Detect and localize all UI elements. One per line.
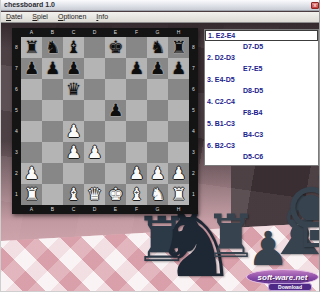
menubar: DateiSpielOptionenInfo [1,12,320,23]
rank-label-left-1: 1 [12,184,21,205]
square-b2[interactable] [42,163,63,184]
rank-label-left-6: 6 [12,79,21,100]
file-label-top-d: D [84,28,105,37]
square-f3[interactable] [126,142,147,163]
move-1-white[interactable]: 1. E2-E4 [205,30,318,41]
chess-board: AABBCCDDEEFFGGHH8877665544332211 ♜♞♝♚♞♜♟… [12,28,198,214]
square-e4[interactable] [105,121,126,142]
move-1-black[interactable]: D7-D5 [205,41,318,52]
piece-white-pawn: ♟ [84,142,105,163]
rank-label-left-5: 5 [12,100,21,121]
piece-black-queen: ♛ [63,79,84,100]
square-b7[interactable]: ♟ [42,58,63,79]
square-a7[interactable]: ♟ [21,58,42,79]
square-g2[interactable]: ♟ [147,163,168,184]
square-b1[interactable] [42,184,63,205]
square-c5[interactable] [63,100,84,121]
square-f7[interactable]: ♟ [126,58,147,79]
move-2-black[interactable]: E7-E5 [205,63,318,74]
square-e7[interactable] [105,58,126,79]
square-h2[interactable]: ♟ [168,163,189,184]
piece-black-pawn: ♟ [168,58,189,79]
square-a6[interactable] [21,79,42,100]
square-d7[interactable] [84,58,105,79]
piece-white-rook: ♜ [168,184,189,205]
move-list: 1. E2-E4D7-D52. D2-D3E7-E53. E4-D5D8-D54… [204,29,319,166]
square-d2[interactable] [84,163,105,184]
menu-item-spiel[interactable]: Spiel [27,12,53,23]
rank-label-right-3: 3 [189,142,198,163]
rank-label-right-4: 4 [189,121,198,142]
window-title: chessboard 1.0 [4,1,55,8]
piece-black-knight: ♞ [147,37,168,58]
square-c8[interactable]: ♝ [63,37,84,58]
square-h6[interactable] [168,79,189,100]
piece-black-rook: ♜ [21,37,42,58]
rank-label-left-4: 4 [12,121,21,142]
rank-label-left-7: 7 [12,58,21,79]
file-label-bottom-h: H [168,205,189,214]
piece-black-pawn: ♟ [126,58,147,79]
app-window: chessboard 1.0 x DateiSpielOptionenInfo … [0,0,320,292]
square-e1[interactable]: ♚ [105,184,126,205]
menu-item-optionen[interactable]: Optionen [53,12,91,23]
square-d3[interactable]: ♟ [84,142,105,163]
square-f2[interactable]: ♟ [126,163,147,184]
square-f1[interactable]: ♝ [126,184,147,205]
square-d1[interactable]: ♛ [84,184,105,205]
square-a8[interactable]: ♜ [21,37,42,58]
piece-white-pawn: ♟ [147,163,168,184]
piece-white-pawn: ♟ [63,142,84,163]
rank-label-right-2: 2 [189,163,198,184]
move-5-white[interactable]: 5. B1-C3 [205,118,318,129]
square-c3[interactable]: ♟ [63,142,84,163]
square-g8[interactable]: ♞ [147,37,168,58]
piece-white-bishop: ♝ [126,184,147,205]
rank-label-right-8: 8 [189,37,198,58]
file-label-top-a: A [21,28,42,37]
square-c7[interactable]: ♟ [63,58,84,79]
square-a5[interactable] [21,100,42,121]
file-label-top-g: G [147,28,168,37]
square-e5[interactable]: ♟ [105,100,126,121]
square-b5[interactable] [42,100,63,121]
piece-black-bishop: ♝ [63,37,84,58]
rank-label-right-1: 1 [189,184,198,205]
file-label-top-h: H [168,28,189,37]
square-c6[interactable]: ♛ [63,79,84,100]
square-c1[interactable]: ♝ [63,184,84,205]
file-label-bottom-f: F [126,205,147,214]
square-h8[interactable]: ♜ [168,37,189,58]
square-d8[interactable] [84,37,105,58]
piece-white-pawn: ♟ [63,121,84,142]
square-g6[interactable] [147,79,168,100]
move-3-white[interactable]: 3. E4-D5 [205,74,318,85]
piece-white-bishop: ♝ [63,184,84,205]
square-h5[interactable] [168,100,189,121]
rank-label-left-8: 8 [12,37,21,58]
file-label-bottom-c: C [63,205,84,214]
square-f4[interactable] [126,121,147,142]
rank-label-right-5: 5 [189,100,198,121]
file-label-bottom-g: G [147,205,168,214]
square-c2[interactable] [63,163,84,184]
square-f6[interactable] [126,79,147,100]
piece-black-pawn: ♟ [21,58,42,79]
move-6-white[interactable]: 6. B2-C3 [205,140,318,151]
square-g5[interactable] [147,100,168,121]
square-b4[interactable] [42,121,63,142]
square-a3[interactable] [21,142,42,163]
square-d4[interactable] [84,121,105,142]
square-b3[interactable] [42,142,63,163]
square-d5[interactable] [84,100,105,121]
piece-white-knight: ♞ [147,184,168,205]
move-5-black[interactable]: B4-C3 [205,129,318,140]
square-h4[interactable] [168,121,189,142]
piece-white-rook: ♜ [21,184,42,205]
square-e2[interactable] [105,163,126,184]
square-e6[interactable] [105,79,126,100]
square-h7[interactable]: ♟ [168,58,189,79]
rank-label-right-7: 7 [189,58,198,79]
file-label-bottom-b: B [42,205,63,214]
square-f5[interactable] [126,100,147,121]
piece-white-king: ♚ [105,184,126,205]
file-label-top-c: C [63,28,84,37]
titlebar: chessboard 1.0 x [1,0,320,11]
piece-white-pawn: ♟ [126,163,147,184]
rank-label-left-3: 3 [12,142,21,163]
piece-black-pawn: ♟ [63,58,84,79]
piece-black-king: ♚ [105,37,126,58]
square-e8[interactable]: ♚ [105,37,126,58]
rank-label-left-2: 2 [12,163,21,184]
piece-black-pawn: ♟ [147,58,168,79]
square-a2[interactable]: ♟ [21,163,42,184]
square-g1[interactable]: ♞ [147,184,168,205]
piece-white-queen: ♛ [84,184,105,205]
square-f8[interactable] [126,37,147,58]
piece-white-pawn: ♟ [168,163,189,184]
move-2-white[interactable]: 2. D2-D3 [205,52,318,63]
file-label-bottom-d: D [84,205,105,214]
close-button[interactable]: x [311,2,319,9]
rank-label-right-6: 6 [189,79,198,100]
client-area: ♜♞♜♟♝♚ AABBCCDDEEFFGGHH8877665544332211 … [1,23,320,292]
file-label-top-f: F [126,28,147,37]
file-label-bottom-a: A [21,205,42,214]
piece-black-rook: ♜ [168,37,189,58]
board-grid: ♜♞♝♚♞♜♟♟♟♟♟♟♛♟♟♟♟♟♟♟♟♜♝♛♚♝♞♜ [21,37,189,205]
move-6-black[interactable]: D5-C6 [205,151,318,162]
square-d6[interactable] [84,79,105,100]
move-4-white[interactable]: 4. C2-C4 [205,96,318,107]
square-a1[interactable]: ♜ [21,184,42,205]
file-label-top-e: E [105,28,126,37]
decorative-king-icon: ♚ [280,159,320,263]
move-3-black[interactable]: D8-D5 [205,85,318,96]
piece-black-pawn: ♟ [42,58,63,79]
square-g3[interactable] [147,142,168,163]
square-b6[interactable] [42,79,63,100]
square-a4[interactable] [21,121,42,142]
file-label-bottom-e: E [105,205,126,214]
piece-white-pawn: ♟ [21,163,42,184]
square-h3[interactable] [168,142,189,163]
download-badge[interactable]: Download [268,283,312,291]
menu-item-datei[interactable]: Datei [1,12,27,23]
piece-black-pawn: ♟ [105,100,126,121]
square-g4[interactable] [147,121,168,142]
square-c4[interactable]: ♟ [63,121,84,142]
menu-item-info[interactable]: Info [91,12,113,23]
square-g7[interactable]: ♟ [147,58,168,79]
move-4-black[interactable]: F8-B4 [205,107,318,118]
square-b8[interactable]: ♞ [42,37,63,58]
piece-black-knight: ♞ [42,37,63,58]
square-h1[interactable]: ♜ [168,184,189,205]
square-e3[interactable] [105,142,126,163]
file-label-top-b: B [42,28,63,37]
